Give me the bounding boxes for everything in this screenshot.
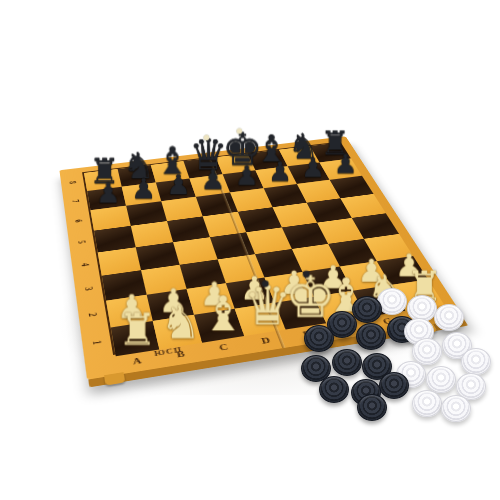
black-pawn[interactable]: ♟ <box>161 171 196 198</box>
checkers-pile <box>300 288 496 424</box>
file-label-a: A <box>114 353 160 372</box>
yellow-knight[interactable]: ♞ <box>159 300 202 346</box>
checker-white[interactable] <box>461 348 491 375</box>
checker-black[interactable] <box>356 323 386 350</box>
yellow-queen[interactable]: ♛ <box>243 278 286 332</box>
yellow-rook[interactable]: ♜ <box>116 308 160 352</box>
square-a1[interactable]: ♜ <box>111 321 160 356</box>
square-a4[interactable] <box>98 247 141 275</box>
black-pawn[interactable]: ♟ <box>90 180 126 208</box>
square-b7[interactable]: ♟ <box>122 183 161 206</box>
checker-black[interactable] <box>304 325 334 352</box>
black-pawn[interactable]: ♟ <box>126 175 161 203</box>
checker-black[interactable] <box>379 372 409 399</box>
checker-black[interactable] <box>319 376 349 403</box>
black-pawn[interactable]: ♟ <box>296 155 330 182</box>
yellow-bishop[interactable]: ♝ <box>202 291 245 339</box>
checker-black[interactable] <box>332 349 362 376</box>
finial-dot <box>236 128 241 133</box>
finial-dot <box>261 280 268 287</box>
black-pawn[interactable]: ♟ <box>329 151 363 178</box>
square-b1[interactable]: ♞ <box>153 315 202 350</box>
square-c7[interactable]: ♟ <box>156 178 196 201</box>
checker-white[interactable] <box>441 395 471 422</box>
black-pawn[interactable]: ♟ <box>195 167 230 194</box>
square-c4[interactable] <box>173 237 218 265</box>
checker-white[interactable] <box>412 390 442 417</box>
square-e5[interactable] <box>238 207 282 232</box>
square-b4[interactable] <box>136 242 180 270</box>
photo-background: ♜♞♝♛♚♝♞♜♟♟♟♟♟♟♟♟♟♟♟♟♟♟♟♟♜♞♝♛♚♝♞♜ ABCDEFG… <box>0 0 500 500</box>
black-pawn[interactable]: ♟ <box>229 163 264 190</box>
latch-tab-left <box>104 372 125 385</box>
chess-scene: ♜♞♝♛♚♝♞♜♟♟♟♟♟♟♟♟♟♟♟♟♟♟♟♟♜♞♝♛♚♝♞♜ ABCDEFG… <box>0 0 500 500</box>
finial-dot <box>203 135 208 140</box>
checker-white[interactable] <box>412 338 442 365</box>
checker-white[interactable] <box>434 304 464 331</box>
square-f4[interactable] <box>282 223 328 249</box>
checker-black[interactable] <box>357 394 387 421</box>
finial-dot <box>302 271 309 278</box>
checker-black[interactable] <box>352 296 382 323</box>
file-label-c: C <box>201 340 247 358</box>
checker-white[interactable] <box>426 366 456 393</box>
black-pawn[interactable]: ♟ <box>263 159 297 186</box>
